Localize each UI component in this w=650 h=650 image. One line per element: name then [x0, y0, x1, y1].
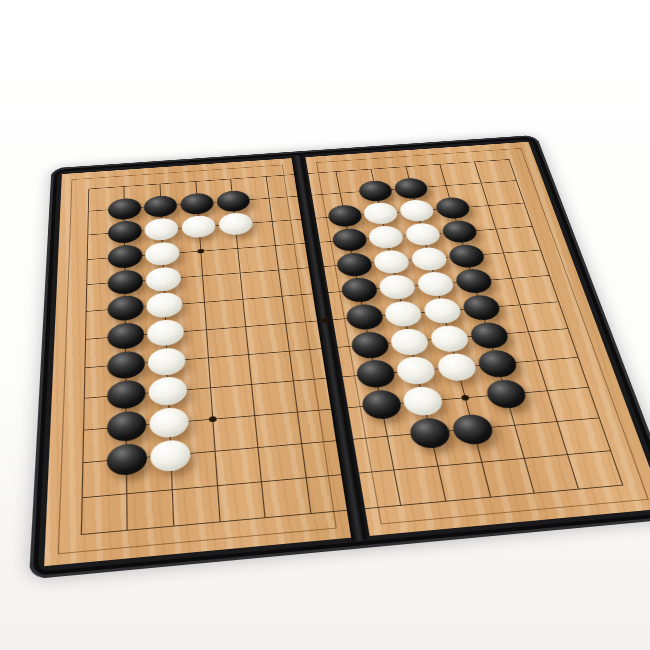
go-stone-black [107, 295, 143, 322]
go-stone-white [383, 300, 424, 328]
go-stone-white [147, 319, 184, 347]
go-stone-white [389, 327, 431, 356]
go-stone-black [326, 204, 363, 227]
star-point [208, 416, 216, 422]
go-stone-black [440, 220, 479, 244]
go-stone-white [150, 438, 191, 472]
go-stone-white [146, 266, 182, 292]
board-perspective-wrapper [29, 135, 650, 580]
go-stone-black [344, 303, 384, 331]
go-stone-black [108, 244, 143, 269]
go-board [29, 135, 650, 580]
go-stone-black [216, 190, 251, 213]
go-stone-black [453, 268, 494, 294]
go-stone-black [107, 322, 144, 350]
go-stone-white [150, 407, 190, 439]
go-stone-black [408, 416, 453, 449]
go-stone-white [372, 249, 411, 274]
go-stone-black [335, 252, 374, 277]
go-stone-white [409, 246, 449, 271]
go-stone-black [107, 350, 145, 380]
go-stone-white [362, 202, 399, 225]
go-stone-black [107, 410, 147, 443]
go-stone-white [428, 324, 471, 353]
go-stone-black [354, 359, 396, 389]
go-stone-black [460, 294, 502, 321]
go-stone-white [218, 212, 253, 236]
go-stone-black [446, 243, 486, 268]
go-stone-white [435, 352, 479, 382]
go-stone-black [475, 349, 519, 379]
go-stone-black [106, 442, 147, 476]
go-stone-black [144, 195, 178, 218]
go-stone-black [340, 277, 379, 304]
star-point [321, 317, 329, 322]
go-stone-white [181, 215, 216, 239]
go-stone-white [149, 376, 188, 407]
go-stone-white [401, 385, 445, 416]
go-stone-black [107, 269, 142, 295]
go-stone-white [422, 297, 464, 324]
go-stone-black [358, 180, 395, 203]
go-stone-white [145, 218, 179, 242]
go-stone-white [378, 274, 418, 300]
go-stone-black [483, 379, 528, 410]
go-stone-white [367, 225, 405, 249]
go-stone-black [331, 228, 369, 252]
go-stone-black [393, 177, 430, 199]
go-stone-black [108, 197, 141, 220]
go-stone-black [434, 197, 472, 220]
go-stone-black [468, 321, 511, 349]
product-photo-scene [0, 0, 650, 650]
go-stone-white [415, 271, 456, 297]
star-point [197, 248, 204, 253]
go-stone-black [360, 389, 403, 421]
go-stone-black [180, 192, 214, 215]
go-stone-black [349, 331, 390, 360]
go-stone-black [108, 220, 142, 244]
go-stone-white [147, 292, 184, 319]
go-stone-black [107, 379, 146, 410]
star-point [460, 394, 469, 400]
board-playing-surface [44, 142, 650, 567]
go-stone-white [148, 347, 186, 377]
go-stone-white [395, 356, 438, 386]
go-stone-white [398, 199, 436, 222]
go-stone-white [404, 222, 443, 246]
go-stone-black [450, 413, 496, 446]
go-stone-white [145, 241, 180, 266]
